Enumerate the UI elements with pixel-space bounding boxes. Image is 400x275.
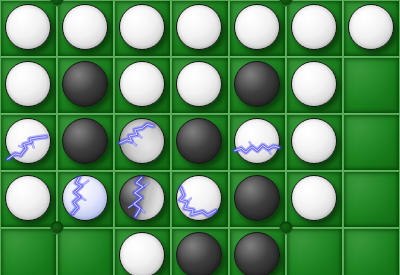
- black-piece: [234, 61, 280, 107]
- cell-r3c1[interactable]: [0, 114, 57, 171]
- cell-r1c7[interactable]: [343, 0, 400, 57]
- sphere-shading: [120, 5, 164, 49]
- black-piece: [234, 175, 280, 221]
- sphere-shading: [292, 119, 336, 163]
- cell-r2c1[interactable]: [0, 57, 57, 114]
- cell-r4c7[interactable]: [343, 171, 400, 228]
- cell-r1c2[interactable]: [57, 0, 114, 57]
- cell-r5c2[interactable]: [57, 228, 114, 275]
- sphere-shading: [235, 176, 279, 220]
- sphere-shading: [292, 176, 336, 220]
- reversi-board: [0, 0, 400, 275]
- sphere-shading: [120, 233, 164, 275]
- white-piece: [119, 232, 165, 275]
- cell-r3c2[interactable]: [57, 114, 114, 171]
- sphere-shading: [6, 62, 50, 106]
- cell-r3c3[interactable]: [114, 114, 171, 171]
- black-piece: [62, 61, 108, 107]
- cell-r4c5[interactable]: [229, 171, 286, 228]
- cell-r5c4[interactable]: [171, 228, 228, 275]
- sphere-shading: [177, 176, 221, 220]
- sphere-shading: [120, 62, 164, 106]
- cell-r4c2[interactable]: [57, 171, 114, 228]
- sphere-shading: [6, 119, 50, 163]
- cell-r1c6[interactable]: [286, 0, 343, 57]
- sphere-shading: [120, 176, 164, 220]
- white-piece: [176, 175, 222, 221]
- cell-r2c5[interactable]: [229, 57, 286, 114]
- cell-r4c4[interactable]: [171, 171, 228, 228]
- lightning-bolt-overlay: [120, 119, 164, 163]
- cell-r5c7[interactable]: [343, 228, 400, 275]
- lightning-bolt-overlay: [63, 176, 107, 220]
- sphere-shading: [235, 62, 279, 106]
- cell-r5c3[interactable]: [114, 228, 171, 275]
- white-piece: [5, 61, 51, 107]
- blue-white-flipping-piece: [62, 175, 108, 221]
- white-piece: [234, 4, 280, 50]
- black-piece: [176, 118, 222, 164]
- sphere-shading: [63, 5, 107, 49]
- cell-r2c2[interactable]: [57, 57, 114, 114]
- sphere-shading: [6, 176, 50, 220]
- white-piece: [62, 4, 108, 50]
- cell-r2c4[interactable]: [171, 57, 228, 114]
- white-piece: [176, 61, 222, 107]
- lightning-bolt-overlay: [177, 176, 221, 220]
- sphere-shading: [177, 5, 221, 49]
- white-piece: [291, 61, 337, 107]
- half-flipped-piece: [119, 175, 165, 221]
- white-piece: [5, 175, 51, 221]
- white-piece: [119, 4, 165, 50]
- cell-r3c4[interactable]: [171, 114, 228, 171]
- white-piece: [5, 118, 51, 164]
- sphere-shading: [235, 233, 279, 275]
- sphere-shading: [120, 119, 164, 163]
- cell-r4c3[interactable]: [114, 171, 171, 228]
- white-piece: [291, 4, 337, 50]
- sphere-shading: [63, 62, 107, 106]
- white-piece: [176, 4, 222, 50]
- cell-r1c5[interactable]: [229, 0, 286, 57]
- gray-flipping-piece: [119, 118, 165, 164]
- cell-r2c7[interactable]: [343, 57, 400, 114]
- cell-r3c6[interactable]: [286, 114, 343, 171]
- cell-r4c1[interactable]: [0, 171, 57, 228]
- cell-r1c4[interactable]: [171, 0, 228, 57]
- sphere-shading: [177, 62, 221, 106]
- white-piece: [5, 4, 51, 50]
- black-piece: [176, 232, 222, 275]
- black-piece: [234, 232, 280, 275]
- cell-r2c3[interactable]: [114, 57, 171, 114]
- cell-r1c3[interactable]: [114, 0, 171, 57]
- sphere-shading: [63, 176, 107, 220]
- sphere-shading: [349, 5, 393, 49]
- lightning-bolt-overlay: [6, 119, 50, 163]
- lightning-bolt-overlay: [120, 176, 164, 220]
- sphere-shading: [177, 119, 221, 163]
- sphere-shading: [235, 119, 279, 163]
- cell-r1c1[interactable]: [0, 0, 57, 57]
- sphere-shading: [235, 5, 279, 49]
- white-piece: [348, 4, 394, 50]
- cell-r3c7[interactable]: [343, 114, 400, 171]
- lightning-bolt-overlay: [235, 119, 279, 163]
- sphere-shading: [177, 233, 221, 275]
- cell-r4c6[interactable]: [286, 171, 343, 228]
- cell-r5c5[interactable]: [229, 228, 286, 275]
- cell-r5c1[interactable]: [0, 228, 57, 275]
- white-piece: [291, 118, 337, 164]
- sphere-shading: [292, 5, 336, 49]
- white-piece: [291, 175, 337, 221]
- cell-r3c5[interactable]: [229, 114, 286, 171]
- sphere-shading: [292, 62, 336, 106]
- cell-r5c6[interactable]: [286, 228, 343, 275]
- black-piece: [62, 118, 108, 164]
- sphere-shading: [6, 5, 50, 49]
- sphere-shading: [63, 119, 107, 163]
- white-piece: [234, 118, 280, 164]
- game-window: [0, 0, 400, 275]
- white-piece: [119, 61, 165, 107]
- cell-r2c6[interactable]: [286, 57, 343, 114]
